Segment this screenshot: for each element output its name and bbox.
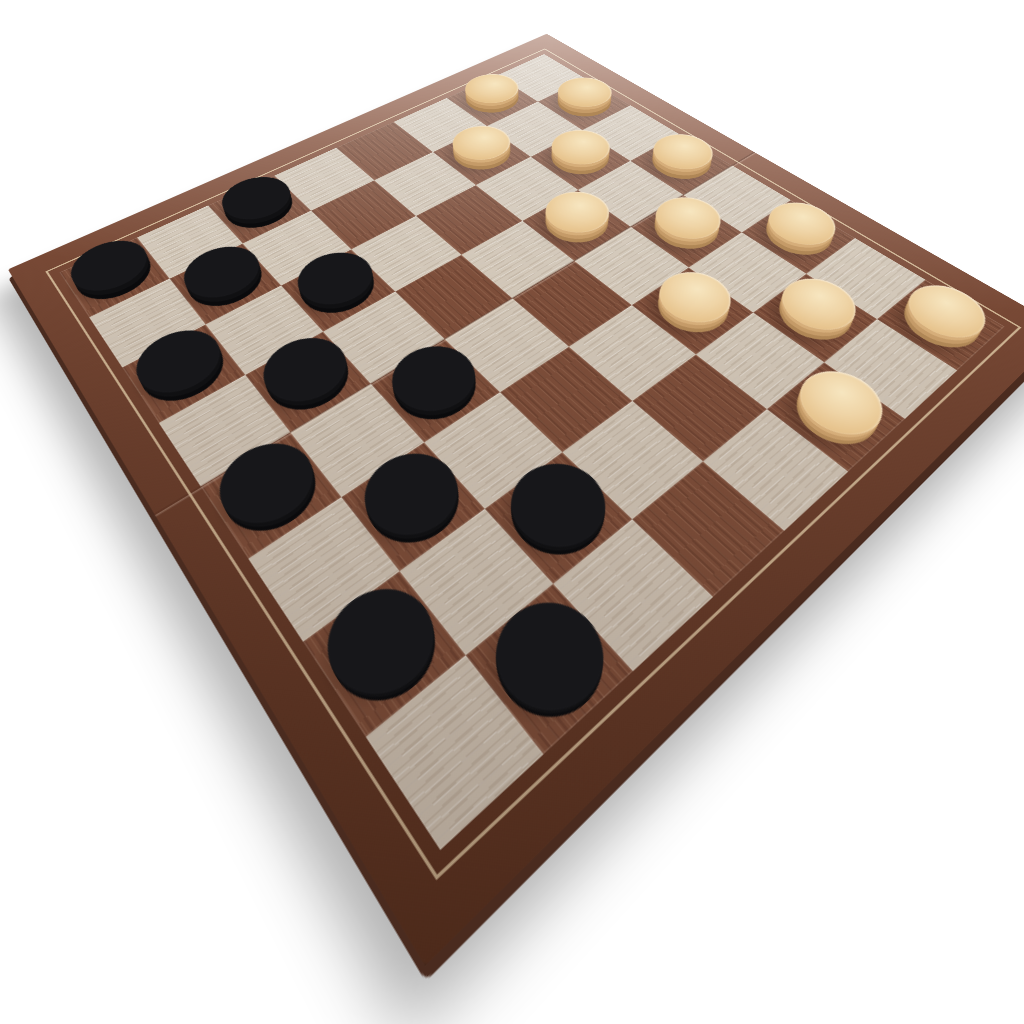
- camera-view: [0, 0, 1018, 1024]
- product-photo-canvas: [0, 0, 1024, 1024]
- perspective-scene: [0, 0, 1018, 1024]
- checkers-board: [8, 34, 1024, 966]
- board-square-r4c7[interactable]: [633, 462, 785, 597]
- playing-grid: [60, 54, 1005, 850]
- board-square-r3c6[interactable]: [632, 354, 767, 461]
- board-square-r4c5[interactable]: [500, 347, 632, 452]
